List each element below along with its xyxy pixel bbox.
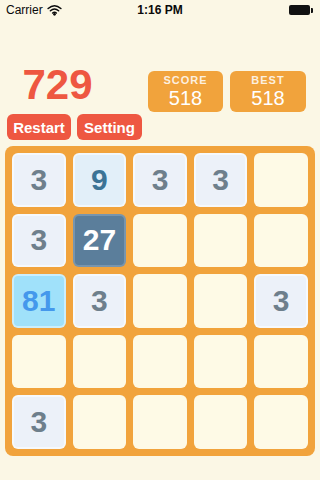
empty-cell-r2c3 [133, 214, 187, 268]
restart-button[interactable]: Restart [7, 114, 71, 140]
page-title: 729 [10, 62, 105, 108]
empty-cell-r5c2 [73, 395, 127, 449]
empty-cell-r5c3 [133, 395, 187, 449]
status-bar: Carrier 1:16 PM [0, 0, 320, 20]
empty-cell-r3c3 [133, 274, 187, 328]
tile-3-r2c1: 3 [12, 214, 66, 268]
empty-cell-r1c5 [254, 153, 308, 207]
setting-button[interactable]: Setting [77, 114, 142, 140]
tile-27-r2c2: 27 [73, 214, 127, 268]
score-box: SCORE 518 [148, 71, 223, 112]
empty-cell-r5c5 [254, 395, 308, 449]
score-label: SCORE [163, 74, 207, 87]
battery-icon [289, 5, 310, 15]
tile-3-r3c5: 3 [254, 274, 308, 328]
empty-cell-r4c1 [12, 335, 66, 389]
empty-cell-r4c3 [133, 335, 187, 389]
tile-3-r1c4: 3 [194, 153, 248, 207]
empty-cell-r5c4 [194, 395, 248, 449]
tile-3-r1c1: 3 [12, 153, 66, 207]
tile-3-r3c2: 3 [73, 274, 127, 328]
best-box: BEST 518 [230, 71, 306, 112]
best-value: 518 [251, 87, 284, 109]
tile-81-r3c1: 81 [12, 274, 66, 328]
empty-cell-r2c4 [194, 214, 248, 268]
score-value: 518 [169, 87, 202, 109]
board[interactable]: 393332781333 [5, 146, 315, 456]
empty-cell-r4c5 [254, 335, 308, 389]
app-screen: Carrier 1:16 PM 729 SCORE 518 BEST 518 R… [0, 0, 320, 480]
clock-label: 1:16 PM [0, 0, 320, 20]
tile-3-r1c3: 3 [133, 153, 187, 207]
tile-9-r1c2: 9 [73, 153, 127, 207]
best-label: BEST [251, 74, 284, 87]
empty-cell-r4c2 [73, 335, 127, 389]
empty-cell-r2c5 [254, 214, 308, 268]
tile-3-r5c1: 3 [12, 395, 66, 449]
empty-cell-r3c4 [194, 274, 248, 328]
empty-cell-r4c4 [194, 335, 248, 389]
